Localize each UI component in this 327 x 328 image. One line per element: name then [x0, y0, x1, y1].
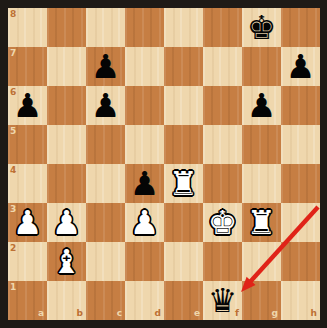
white-rook-e4[interactable]: ♜: [169, 164, 199, 203]
square-e2[interactable]: [164, 242, 203, 281]
file-label-a: a: [38, 309, 44, 318]
square-h4[interactable]: [281, 164, 320, 203]
square-e4[interactable]: ♜: [164, 164, 203, 203]
file-label-h: h: [311, 309, 317, 318]
square-f5[interactable]: [203, 125, 242, 164]
square-d7[interactable]: [125, 47, 164, 86]
square-h2[interactable]: [281, 242, 320, 281]
square-e1[interactable]: e: [164, 281, 203, 320]
square-g3[interactable]: ♜: [242, 203, 281, 242]
square-d2[interactable]: [125, 242, 164, 281]
file-label-g: g: [272, 309, 278, 318]
rank-label-1: 1: [10, 283, 16, 292]
square-a1[interactable]: 1a: [8, 281, 47, 320]
file-label-b: b: [77, 309, 83, 318]
rank-label-2: 2: [10, 244, 16, 253]
square-c7[interactable]: ♟: [86, 47, 125, 86]
square-f4[interactable]: [203, 164, 242, 203]
file-label-c: c: [117, 309, 122, 318]
white-king-f3[interactable]: ♚: [208, 203, 238, 242]
square-f6[interactable]: [203, 86, 242, 125]
square-a7[interactable]: 7: [8, 47, 47, 86]
square-b7[interactable]: [47, 47, 86, 86]
rank-label-7: 7: [10, 49, 16, 58]
square-b1[interactable]: b: [47, 281, 86, 320]
square-e7[interactable]: [164, 47, 203, 86]
square-e6[interactable]: [164, 86, 203, 125]
square-c6[interactable]: ♟: [86, 86, 125, 125]
square-d4[interactable]: ♟: [125, 164, 164, 203]
square-g2[interactable]: [242, 242, 281, 281]
square-e8[interactable]: [164, 8, 203, 47]
square-d8[interactable]: [125, 8, 164, 47]
square-h7[interactable]: ♟: [281, 47, 320, 86]
square-a5[interactable]: 5: [8, 125, 47, 164]
square-c5[interactable]: [86, 125, 125, 164]
white-rook-g3[interactable]: ♜: [247, 203, 277, 242]
square-e3[interactable]: [164, 203, 203, 242]
board-frame: 8♚7♟♟6♟♟♟54♟♜3♟♟♟♚♜2♝1abcdef♛gh: [0, 0, 327, 328]
chess-board: 8♚7♟♟6♟♟♟54♟♜3♟♟♟♚♜2♝1abcdef♛gh: [8, 8, 320, 320]
rank-label-4: 4: [10, 166, 16, 175]
black-pawn-h7[interactable]: ♟: [286, 47, 316, 86]
white-bishop-b2[interactable]: ♝: [52, 242, 82, 281]
square-f3[interactable]: ♚: [203, 203, 242, 242]
square-g7[interactable]: [242, 47, 281, 86]
square-b6[interactable]: [47, 86, 86, 125]
rank-label-5: 5: [10, 127, 16, 136]
square-e5[interactable]: [164, 125, 203, 164]
square-d1[interactable]: d: [125, 281, 164, 320]
square-g6[interactable]: ♟: [242, 86, 281, 125]
square-a3[interactable]: 3♟: [8, 203, 47, 242]
square-b5[interactable]: [47, 125, 86, 164]
square-c1[interactable]: c: [86, 281, 125, 320]
square-g5[interactable]: [242, 125, 281, 164]
square-b8[interactable]: [47, 8, 86, 47]
square-c8[interactable]: [86, 8, 125, 47]
square-a2[interactable]: 2: [8, 242, 47, 281]
file-label-e: e: [194, 309, 200, 318]
square-f8[interactable]: [203, 8, 242, 47]
square-d6[interactable]: [125, 86, 164, 125]
black-pawn-c7[interactable]: ♟: [91, 47, 121, 86]
square-h5[interactable]: [281, 125, 320, 164]
square-c3[interactable]: [86, 203, 125, 242]
square-b3[interactable]: ♟: [47, 203, 86, 242]
square-h1[interactable]: h: [281, 281, 320, 320]
file-label-d: d: [155, 309, 161, 318]
black-king-g8[interactable]: ♚: [247, 8, 277, 47]
square-f7[interactable]: [203, 47, 242, 86]
square-a6[interactable]: 6♟: [8, 86, 47, 125]
square-g4[interactable]: [242, 164, 281, 203]
square-f2[interactable]: [203, 242, 242, 281]
square-c2[interactable]: [86, 242, 125, 281]
white-pawn-a3[interactable]: ♟: [13, 203, 43, 242]
square-b2[interactable]: ♝: [47, 242, 86, 281]
square-d5[interactable]: [125, 125, 164, 164]
square-f1[interactable]: f♛: [203, 281, 242, 320]
square-d3[interactable]: ♟: [125, 203, 164, 242]
square-g1[interactable]: g: [242, 281, 281, 320]
square-g8[interactable]: ♚: [242, 8, 281, 47]
black-pawn-g6[interactable]: ♟: [247, 86, 277, 125]
black-pawn-a6[interactable]: ♟: [13, 86, 43, 125]
square-a4[interactable]: 4: [8, 164, 47, 203]
rank-label-8: 8: [10, 10, 16, 19]
square-h3[interactable]: [281, 203, 320, 242]
black-queen-f1[interactable]: ♛: [208, 281, 238, 320]
black-pawn-d4[interactable]: ♟: [130, 164, 160, 203]
square-h6[interactable]: [281, 86, 320, 125]
white-pawn-d3[interactable]: ♟: [130, 203, 160, 242]
square-a8[interactable]: 8: [8, 8, 47, 47]
black-pawn-c6[interactable]: ♟: [91, 86, 121, 125]
square-h8[interactable]: [281, 8, 320, 47]
square-c4[interactable]: [86, 164, 125, 203]
white-pawn-b3[interactable]: ♟: [52, 203, 82, 242]
square-b4[interactable]: [47, 164, 86, 203]
